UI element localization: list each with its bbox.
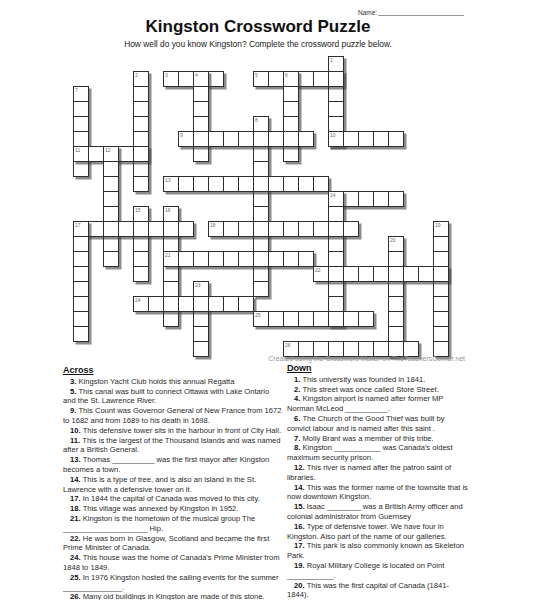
across-heading: Across [63, 366, 283, 376]
grid-cell[interactable] [253, 206, 269, 222]
grid-cell[interactable]: 8 [253, 116, 269, 132]
grid-cell[interactable] [433, 251, 449, 267]
grid-cell[interactable] [133, 266, 149, 282]
grid-cell[interactable]: 25 [253, 311, 269, 327]
grid-cell[interactable] [208, 251, 224, 267]
grid-cell[interactable] [298, 176, 314, 192]
credit-line: Created using the Crossword Maker on The… [0, 355, 465, 362]
grid-cell[interactable] [193, 86, 209, 102]
grid-cell[interactable] [253, 281, 269, 297]
clue-8-down: 8. Kingston ___________ was Canada's old… [287, 443, 468, 463]
grid-cell[interactable] [283, 251, 299, 267]
grid-cell[interactable] [358, 266, 374, 282]
clue-number-label: 17. [294, 541, 307, 550]
grid-cell[interactable] [253, 266, 269, 282]
grid-cell[interactable]: 13 [163, 176, 179, 192]
grid-cell[interactable] [418, 266, 434, 282]
clue-number: 11 [75, 148, 80, 153]
grid-cell[interactable]: 15 [133, 206, 149, 222]
grid-cell[interactable] [178, 296, 194, 312]
clue-number: 1 [330, 58, 333, 63]
grid-cell[interactable] [388, 296, 404, 312]
grid-cell[interactable] [163, 266, 179, 282]
grid-cell[interactable] [193, 251, 209, 267]
clue-7-down: 7. Molly Brant was a member of this trib… [287, 434, 468, 444]
clue-number: 10 [330, 133, 336, 138]
clue-number: 18 [210, 223, 216, 228]
clue-16-down: 16. Type of defensive tower. We have fou… [287, 522, 468, 542]
grid-cell[interactable] [103, 176, 119, 192]
grid-cell[interactable]: 11 [73, 146, 89, 162]
across-clues-section: Across 3. Kingston Yacht Club holds this… [63, 366, 283, 600]
grid-cell[interactable] [208, 176, 224, 192]
grid-cell[interactable] [283, 131, 299, 147]
grid-cell[interactable] [73, 236, 89, 252]
grid-cell[interactable]: 24 [133, 296, 149, 312]
grid-cell[interactable] [238, 131, 254, 147]
down-heading: Down [287, 364, 468, 374]
grid-cell[interactable] [358, 131, 374, 147]
grid-cell[interactable] [73, 266, 89, 282]
clue-18-across: 18. This village was annexed by Kingston… [63, 504, 283, 514]
grid-cell[interactable] [73, 326, 89, 342]
grid-cell[interactable] [73, 311, 89, 327]
clue-number: 3 [165, 73, 168, 78]
grid-cell[interactable]: 7 [73, 86, 89, 102]
clue-3-across: 3. Kingston Yacht Club holds this annual… [63, 377, 283, 387]
clue-number-label: 14. [294, 483, 307, 492]
grid-cell[interactable] [388, 311, 404, 327]
clue-number: 4 [195, 73, 198, 78]
clue-number-label: 1. [294, 375, 302, 384]
grid-cell[interactable] [388, 131, 404, 147]
grid-cell[interactable] [328, 71, 344, 87]
clue-14-across: 14. This is a type of tree, and is also … [63, 475, 283, 495]
grid-cell[interactable] [283, 116, 299, 132]
grid-cell[interactable] [358, 311, 374, 327]
grid-cell[interactable] [103, 236, 119, 252]
grid-cell[interactable] [433, 296, 449, 312]
clue-number: 6 [285, 73, 288, 78]
grid-cell[interactable] [328, 236, 344, 252]
grid-cell[interactable] [88, 146, 104, 162]
clue-number-label: 11. [70, 436, 82, 445]
grid-cell[interactable] [103, 191, 119, 207]
worksheet-page: Name: Kingston Crossword Puzzle How well… [0, 0, 553, 600]
grid-cell[interactable] [133, 146, 149, 162]
clue-number-label: 19. [294, 561, 307, 570]
clue-25-across: 25. In 1976 Kingston hosted the sailing … [63, 573, 283, 593]
grid-cell[interactable] [388, 191, 404, 207]
clue-22-across: 22. He was born in Glasgow, Scotland and… [63, 534, 283, 554]
grid-cell[interactable] [343, 131, 359, 147]
grid-cell[interactable] [88, 221, 104, 237]
grid-cell[interactable] [73, 161, 89, 177]
grid-cell[interactable] [298, 311, 314, 327]
clue-19-down: 19. Royal Military College is located on… [287, 561, 468, 581]
clue-20-down: 20. This was the first capital of Canada… [287, 581, 468, 600]
grid-cell[interactable] [178, 176, 194, 192]
grid-cell[interactable] [223, 176, 239, 192]
grid-cell[interactable] [283, 146, 299, 162]
grid-cell[interactable] [73, 296, 89, 312]
grid-cell[interactable] [343, 191, 359, 207]
grid-cell[interactable]: 20 [388, 236, 404, 252]
grid-cell[interactable]: 1 [328, 56, 344, 72]
grid-cell[interactable] [118, 146, 134, 162]
grid-cell[interactable]: 5 [253, 71, 269, 87]
grid-cell[interactable] [103, 251, 119, 267]
clue-number: 20 [390, 238, 396, 243]
grid-cell[interactable] [148, 221, 164, 237]
grid-cell[interactable]: 21 [163, 251, 179, 267]
clue-24-across: 24. This house was the home of Canada's … [63, 553, 283, 573]
grid-cell[interactable]: 16 [163, 206, 179, 222]
grid-cell[interactable] [328, 251, 344, 267]
grid-cell[interactable] [193, 326, 209, 342]
grid-cell[interactable] [133, 176, 149, 192]
grid-cell[interactable] [238, 176, 254, 192]
clue-number-label: 16. [294, 522, 307, 531]
grid-cell[interactable] [163, 221, 179, 237]
grid-cell[interactable] [373, 266, 389, 282]
grid-cell[interactable] [433, 311, 449, 327]
grid-cell[interactable] [148, 296, 164, 312]
clue-21-across: 21. Kingston is the hometown of the musi… [63, 514, 283, 534]
clue-number: 12 [105, 148, 111, 153]
clue-number: 8 [255, 118, 258, 123]
clue-number: 23 [195, 283, 201, 288]
grid-cell[interactable] [103, 206, 119, 222]
clue-number: 19 [435, 223, 441, 228]
clue-number: 26 [285, 343, 291, 348]
grid-cell[interactable] [253, 236, 269, 252]
clue-number-label: 9. [70, 406, 78, 415]
grid-cell[interactable] [253, 131, 269, 147]
grid-cell[interactable] [268, 131, 284, 147]
clue-10-across: 10. This defensive tower sits in the har… [63, 426, 283, 436]
grid-cell[interactable] [73, 281, 89, 297]
grid-cell[interactable] [178, 221, 194, 237]
clue-6-down: 6. The Church of the Good Thief was buil… [287, 414, 468, 434]
clue-number: 16 [165, 208, 171, 213]
clue-4-down: 4. Kingston airport is named after forme… [287, 394, 468, 414]
grid-cell[interactable] [133, 101, 149, 117]
grid-cell[interactable] [238, 221, 254, 237]
grid-cell[interactable] [163, 296, 179, 312]
grid-cell[interactable] [268, 71, 284, 87]
clue-number-label: 24. [70, 553, 83, 562]
grid-cell[interactable] [193, 296, 209, 312]
grid-cell[interactable] [283, 311, 299, 327]
grid-cell[interactable] [133, 131, 149, 147]
grid-cell[interactable] [163, 236, 179, 252]
grid-cell[interactable] [268, 251, 284, 267]
grid-cell[interactable] [373, 191, 389, 207]
grid-cell[interactable] [388, 266, 404, 282]
grid-cell[interactable]: 19 [433, 221, 449, 237]
grid-cell[interactable] [328, 116, 344, 132]
grid-cell[interactable] [223, 221, 239, 237]
grid-cell[interactable] [208, 71, 224, 87]
grid-cell[interactable] [133, 251, 149, 267]
grid-cell[interactable] [238, 296, 254, 312]
grid-cell[interactable] [253, 251, 269, 267]
clue-number-label: 18. [70, 504, 83, 513]
clue-13-across: 13. Thomas __________ was the first mayo… [63, 455, 283, 475]
clue-number-label: 14. [70, 475, 83, 484]
down-clues: 1. This university was founded in 1841.2… [287, 375, 468, 600]
grid-cell[interactable] [298, 221, 314, 237]
clue-12-down: 12. This river is named after the patron… [287, 463, 468, 483]
clue-14-down: 14. This was the former name of the town… [287, 483, 468, 503]
grid-cell[interactable] [238, 251, 254, 267]
grid-cell[interactable] [193, 311, 209, 327]
clue-number-label: 22. [70, 534, 83, 543]
grid-cell[interactable] [328, 221, 344, 237]
clue-number-label: 7. [294, 434, 302, 443]
clue-number-label: 3. [70, 377, 78, 386]
grid-cell[interactable]: 23 [193, 281, 209, 297]
clue-11-across: 11. This is the largest of the Thousand … [63, 436, 283, 456]
clue-number: 2 [135, 73, 138, 78]
grid-cell[interactable] [178, 251, 194, 267]
grid-cell[interactable]: 17 [73, 221, 89, 237]
grid-cell[interactable]: 12 [103, 146, 119, 162]
grid-cell[interactable] [193, 146, 209, 162]
grid-cell[interactable] [193, 101, 209, 117]
grid-cell[interactable] [193, 131, 209, 147]
grid-cell[interactable] [328, 206, 344, 222]
grid-cell[interactable] [358, 191, 374, 207]
clue-number: 25 [255, 313, 261, 318]
clue-number-label: 13. [70, 455, 83, 464]
grid-cell[interactable] [208, 131, 224, 147]
clue-number: 22 [315, 268, 321, 273]
clue-17-across: 17. In 1844 the capital of Canada was mo… [63, 494, 283, 504]
grid-cell[interactable] [328, 296, 344, 312]
grid-cell[interactable] [328, 311, 344, 327]
grid-cell[interactable]: 9 [178, 131, 194, 147]
grid-cell[interactable] [343, 221, 359, 237]
grid-cell[interactable] [253, 176, 269, 192]
down-clues-section: Down 1. This university was founded in 1… [287, 364, 468, 600]
grid-cell[interactable] [433, 266, 449, 282]
clue-number-label: 26. [70, 592, 83, 600]
grid-cell[interactable] [298, 251, 314, 267]
clue-number-label: 10. [70, 426, 83, 435]
across-clues: 3. Kingston Yacht Club holds this annual… [63, 377, 283, 600]
grid-cell[interactable] [268, 176, 284, 192]
grid-cell[interactable] [133, 236, 149, 252]
grid-cell[interactable] [163, 281, 179, 297]
clue-number-label: 12. [294, 463, 307, 472]
grid-cell[interactable] [328, 281, 344, 297]
clue-number-label: 4. [294, 394, 302, 403]
grid-cell[interactable] [253, 146, 269, 162]
grid-cell[interactable] [103, 221, 119, 237]
grid-cell[interactable] [118, 221, 134, 237]
grid-cell[interactable] [73, 116, 89, 132]
grid-cell[interactable] [163, 311, 179, 327]
grid-cell[interactable] [373, 131, 389, 147]
clue-number: 15 [135, 208, 141, 213]
clue-number: 24 [135, 298, 141, 303]
clue-1-down: 1. This university was founded in 1841. [287, 375, 468, 385]
clue-26-across: 26. Many old buildings in Kingston are m… [63, 592, 283, 600]
clue-number-label: 6. [294, 414, 302, 423]
grid-cell[interactable] [193, 176, 209, 192]
grid-cell[interactable] [193, 116, 209, 132]
grid-cell[interactable] [313, 176, 329, 192]
grid-cell[interactable]: 3 [163, 71, 179, 87]
clue-number-label: 20. [294, 581, 307, 590]
clue-number: 7 [75, 88, 78, 93]
grid-cell[interactable] [133, 86, 149, 102]
clue-number: 5 [255, 73, 258, 78]
grid-cell[interactable] [253, 161, 269, 177]
grid-cell[interactable] [298, 71, 314, 87]
grid-cell[interactable] [178, 71, 194, 87]
grid-cell[interactable]: 2 [133, 71, 149, 87]
grid-cell[interactable] [328, 266, 344, 282]
clue-number: 14 [330, 193, 336, 198]
grid-cell[interactable] [268, 311, 284, 327]
grid-cell[interactable] [298, 131, 314, 147]
grid-cell[interactable] [433, 326, 449, 342]
grid-cell[interactable] [328, 101, 344, 117]
grid-cell[interactable] [223, 131, 239, 147]
clue-number-label: 25. [70, 573, 83, 582]
grid-cell[interactable] [253, 221, 269, 237]
grid-cell[interactable] [268, 221, 284, 237]
clue-number: 17 [75, 223, 81, 228]
grid-cell[interactable] [388, 326, 404, 342]
grid-cell[interactable]: 4 [193, 71, 209, 87]
clue-5-across: 5. This canal was built to connect Ottaw… [63, 387, 283, 407]
grid-cell[interactable]: 18 [208, 221, 224, 237]
clue-number: 21 [165, 253, 171, 258]
grid-cell[interactable] [283, 176, 299, 192]
clue-2-down: 2. This street was once called Store Str… [287, 385, 468, 395]
grid-cell[interactable] [223, 251, 239, 267]
grid-cell[interactable] [388, 281, 404, 297]
clue-number-label: 15. [294, 502, 307, 511]
grid-cell[interactable]: 14 [328, 191, 344, 207]
grid-cell[interactable] [253, 191, 269, 207]
clue-17-down: 17. This park is also commonly known as … [287, 541, 468, 561]
grid-cell[interactable] [73, 131, 89, 147]
grid-cell[interactable] [73, 251, 89, 267]
grid-cell[interactable] [283, 101, 299, 117]
grid-cell[interactable] [388, 251, 404, 267]
clue-number-label: 5. [70, 387, 78, 396]
grid-cell[interactable] [313, 311, 329, 327]
grid-cell[interactable]: 6 [283, 71, 299, 87]
grid-cell[interactable] [433, 236, 449, 252]
grid-cell[interactable] [73, 101, 89, 117]
clue-9-across: 9. This Count was Governor General of Ne… [63, 406, 283, 426]
grid-cell[interactable] [283, 221, 299, 237]
clue-number: 13 [165, 178, 171, 183]
grid-cell[interactable] [133, 221, 149, 237]
grid-cell[interactable] [223, 296, 239, 312]
grid-cell[interactable] [313, 71, 329, 87]
grid-cell[interactable] [133, 161, 149, 177]
clue-15-down: 15. Isaac ________ was a British Army of… [287, 502, 468, 522]
grid-cell[interactable] [313, 221, 329, 237]
grid-cell[interactable] [103, 161, 119, 177]
grid-cell[interactable] [208, 296, 224, 312]
grid-cell[interactable] [433, 281, 449, 297]
clue-number-label: 21. [70, 514, 83, 523]
grid-cell[interactable] [133, 116, 149, 132]
clue-number-label: 2. [294, 385, 302, 394]
grid-cell[interactable] [343, 311, 359, 327]
grid-cell[interactable] [403, 266, 419, 282]
clue-number-label: 8. [294, 443, 302, 452]
clue-number-label: 17. [70, 494, 83, 503]
grid-cell[interactable] [283, 86, 299, 102]
grid-cell[interactable] [343, 266, 359, 282]
grid-cell[interactable]: 22 [313, 266, 329, 282]
grid-cell[interactable]: 10 [328, 131, 344, 147]
grid-cell[interactable] [328, 86, 344, 102]
clue-number: 9 [180, 133, 183, 138]
